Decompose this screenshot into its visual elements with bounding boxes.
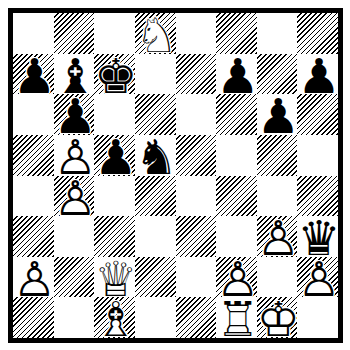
square-a6[interactable] xyxy=(13,94,54,135)
piece-black-pawn-h7[interactable]: ♟ xyxy=(297,54,338,95)
white-pawn-icon: ♟ xyxy=(216,259,257,300)
square-g5[interactable] xyxy=(257,135,298,176)
square-b1[interactable] xyxy=(54,297,95,338)
square-c1[interactable]: ♝♗ xyxy=(94,297,135,338)
square-a8[interactable] xyxy=(13,13,54,54)
square-f8[interactable] xyxy=(216,13,257,54)
black-queen-icon: ♛ xyxy=(297,218,338,259)
piece-white-pawn-g3[interactable]: ♟♙ xyxy=(257,216,298,257)
piece-white-rook-f1[interactable]: ♜♖ xyxy=(216,297,257,338)
square-g7[interactable] xyxy=(257,54,298,95)
white-queen-icon: ♛ xyxy=(94,259,135,300)
square-f5[interactable] xyxy=(216,135,257,176)
piece-black-bishop-b7[interactable]: ♝ xyxy=(54,54,95,95)
square-e1[interactable] xyxy=(176,297,217,338)
square-a3[interactable] xyxy=(13,216,54,257)
white-pawn-icon: ♟ xyxy=(297,259,338,300)
white-pawn-icon: ♟ xyxy=(54,137,95,178)
chess-board-frame: ♞♘♟♝♚♟♟♟♟♟♙♟♞♟♙♟♙♛♟♙♛♕♟♙♟♙♝♗♜♖♚♔ xyxy=(8,8,343,343)
square-f7[interactable]: ♟ xyxy=(216,54,257,95)
square-b2[interactable] xyxy=(54,257,95,298)
white-pawn-icon: ♟ xyxy=(257,218,298,259)
white-rook-icon: ♜ xyxy=(216,299,257,340)
square-d5[interactable]: ♞ xyxy=(135,135,176,176)
square-c8[interactable] xyxy=(94,13,135,54)
white-rook-outline-icon: ♖ xyxy=(216,299,257,340)
piece-black-pawn-c5[interactable]: ♟ xyxy=(94,135,135,176)
white-pawn-outline-icon: ♙ xyxy=(297,259,338,300)
square-h8[interactable] xyxy=(297,13,338,54)
square-g6[interactable]: ♟ xyxy=(257,94,298,135)
black-pawn-icon: ♟ xyxy=(54,96,95,137)
square-a1[interactable] xyxy=(13,297,54,338)
white-knight-outline-icon: ♘ xyxy=(135,15,176,56)
black-knight-icon: ♞ xyxy=(135,137,176,178)
black-pawn-icon: ♟ xyxy=(13,56,54,97)
black-pawn-icon: ♟ xyxy=(216,56,257,97)
chess-board: ♞♘♟♝♚♟♟♟♟♟♙♟♞♟♙♟♙♛♟♙♛♕♟♙♟♙♝♗♜♖♚♔ xyxy=(13,13,338,338)
piece-white-king-g1[interactable]: ♚♔ xyxy=(257,297,298,338)
square-h7[interactable]: ♟ xyxy=(297,54,338,95)
black-pawn-icon: ♟ xyxy=(257,96,298,137)
square-d3[interactable] xyxy=(135,216,176,257)
square-d6[interactable] xyxy=(135,94,176,135)
square-f6[interactable] xyxy=(216,94,257,135)
square-h3[interactable]: ♛ xyxy=(297,216,338,257)
white-pawn-icon: ♟ xyxy=(54,178,95,219)
square-h5[interactable] xyxy=(297,135,338,176)
square-c7[interactable]: ♚ xyxy=(94,54,135,95)
square-e7[interactable] xyxy=(176,54,217,95)
square-g3[interactable]: ♟♙ xyxy=(257,216,298,257)
square-d8[interactable]: ♞♘ xyxy=(135,13,176,54)
piece-black-queen-h3[interactable]: ♛ xyxy=(297,216,338,257)
square-g2[interactable] xyxy=(257,257,298,298)
square-a7[interactable]: ♟ xyxy=(13,54,54,95)
white-pawn-icon: ♟ xyxy=(13,259,54,300)
square-h2[interactable]: ♟♙ xyxy=(297,257,338,298)
square-b8[interactable] xyxy=(54,13,95,54)
white-pawn-outline-icon: ♙ xyxy=(13,259,54,300)
square-a4[interactable] xyxy=(13,176,54,217)
square-a5[interactable] xyxy=(13,135,54,176)
square-e3[interactable] xyxy=(176,216,217,257)
square-e5[interactable] xyxy=(176,135,217,176)
white-queen-outline-icon: ♕ xyxy=(94,259,135,300)
white-pawn-outline-icon: ♙ xyxy=(257,218,298,259)
white-king-icon: ♚ xyxy=(257,299,298,340)
piece-white-queen-c2[interactable]: ♛♕ xyxy=(94,257,135,298)
white-pawn-outline-icon: ♙ xyxy=(54,178,95,219)
white-knight-icon: ♞ xyxy=(135,15,176,56)
square-d4[interactable] xyxy=(135,176,176,217)
piece-white-bishop-c1[interactable]: ♝♗ xyxy=(94,297,135,338)
piece-white-pawn-b4[interactable]: ♟♙ xyxy=(54,176,95,217)
piece-white-pawn-b5[interactable]: ♟♙ xyxy=(54,135,95,176)
piece-white-pawn-a2[interactable]: ♟♙ xyxy=(13,257,54,298)
piece-white-pawn-h2[interactable]: ♟♙ xyxy=(297,257,338,298)
square-b7[interactable]: ♝ xyxy=(54,54,95,95)
black-bishop-icon: ♝ xyxy=(54,56,95,97)
white-pawn-outline-icon: ♙ xyxy=(216,259,257,300)
square-b4[interactable]: ♟♙ xyxy=(54,176,95,217)
square-g4[interactable] xyxy=(257,176,298,217)
black-pawn-icon: ♟ xyxy=(94,137,135,178)
square-g1[interactable]: ♚♔ xyxy=(257,297,298,338)
piece-white-knight-d8[interactable]: ♞♘ xyxy=(135,13,176,54)
black-king-icon: ♚ xyxy=(94,56,135,97)
square-c4[interactable] xyxy=(94,176,135,217)
square-e8[interactable] xyxy=(176,13,217,54)
black-pawn-icon: ♟ xyxy=(297,56,338,97)
piece-black-king-c7[interactable]: ♚ xyxy=(94,54,135,95)
piece-black-pawn-f7[interactable]: ♟ xyxy=(216,54,257,95)
square-f2[interactable]: ♟♙ xyxy=(216,257,257,298)
square-d7[interactable] xyxy=(135,54,176,95)
square-e4[interactable] xyxy=(176,176,217,217)
piece-black-knight-d5[interactable]: ♞ xyxy=(135,135,176,176)
piece-black-pawn-g6[interactable]: ♟ xyxy=(257,94,298,135)
white-bishop-icon: ♝ xyxy=(94,299,135,340)
square-c2[interactable]: ♛♕ xyxy=(94,257,135,298)
chess-diagram: ♞♘♟♝♚♟♟♟♟♟♙♟♞♟♙♟♙♛♟♙♛♕♟♙♟♙♝♗♜♖♚♔ xyxy=(0,0,350,350)
white-king-outline-icon: ♔ xyxy=(257,299,298,340)
white-pawn-outline-icon: ♙ xyxy=(54,137,95,178)
square-c3[interactable] xyxy=(94,216,135,257)
square-h1[interactable] xyxy=(297,297,338,338)
white-bishop-outline-icon: ♗ xyxy=(94,299,135,340)
square-f1[interactable]: ♜♖ xyxy=(216,297,257,338)
piece-black-pawn-a7[interactable]: ♟ xyxy=(13,54,54,95)
square-c5[interactable]: ♟ xyxy=(94,135,135,176)
square-e2[interactable] xyxy=(176,257,217,298)
square-f3[interactable] xyxy=(216,216,257,257)
square-f4[interactable] xyxy=(216,176,257,217)
square-a2[interactable]: ♟♙ xyxy=(13,257,54,298)
square-d2[interactable] xyxy=(135,257,176,298)
square-h4[interactable] xyxy=(297,176,338,217)
square-e6[interactable] xyxy=(176,94,217,135)
square-b5[interactable]: ♟♙ xyxy=(54,135,95,176)
square-g8[interactable] xyxy=(257,13,298,54)
square-b6[interactable]: ♟ xyxy=(54,94,95,135)
square-h6[interactable] xyxy=(297,94,338,135)
square-d1[interactable] xyxy=(135,297,176,338)
square-c6[interactable] xyxy=(94,94,135,135)
piece-black-pawn-b6[interactable]: ♟ xyxy=(54,94,95,135)
piece-white-pawn-f2[interactable]: ♟♙ xyxy=(216,257,257,298)
square-b3[interactable] xyxy=(54,216,95,257)
